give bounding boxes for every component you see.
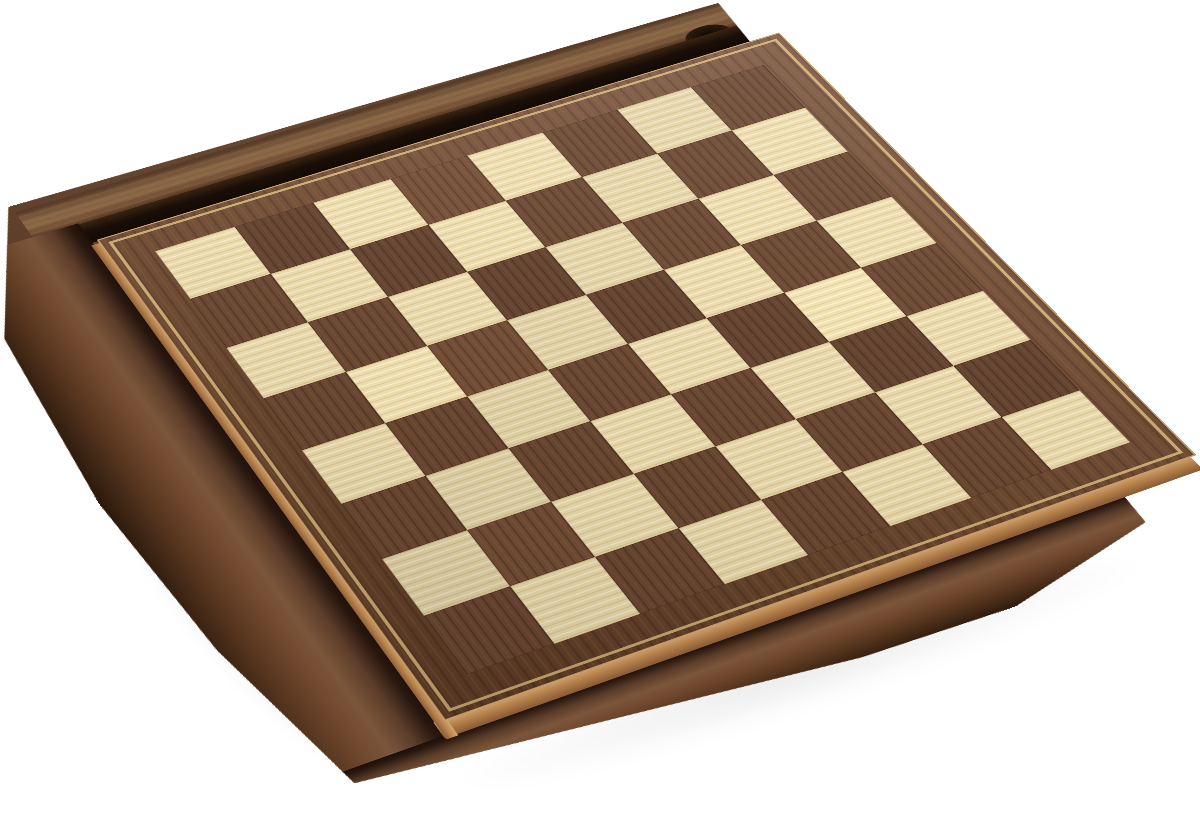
product-photo-scene <box>0 0 1200 825</box>
